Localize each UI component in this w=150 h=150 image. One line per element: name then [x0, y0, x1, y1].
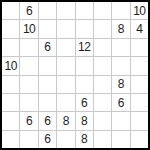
puzzle-board-wrap: 610108461210866668868 — [0, 0, 150, 150]
cell-r4c6[interactable] — [94, 57, 111, 74]
cell-r2c4[interactable] — [57, 20, 74, 37]
clue-cell-r1c8[interactable]: 10 — [131, 2, 148, 19]
cell-r5c4[interactable] — [57, 76, 74, 93]
cell-r1c6[interactable] — [94, 2, 111, 19]
cell-r1c7[interactable] — [112, 2, 129, 19]
clue-cell-r4c1[interactable]: 10 — [2, 57, 19, 74]
clue-cell-r7c2[interactable]: 6 — [20, 112, 37, 129]
cell-r1c1[interactable] — [2, 2, 19, 19]
cell-r3c1[interactable] — [2, 39, 19, 56]
cell-r3c7[interactable] — [112, 39, 129, 56]
cell-r2c5[interactable] — [76, 20, 93, 37]
clue-cell-r2c7[interactable]: 8 — [112, 20, 129, 37]
clue-cell-r8c5[interactable]: 8 — [76, 131, 93, 148]
puzzle-grid: 610108461210866668868 — [0, 0, 150, 150]
clue-cell-r5c7[interactable]: 8 — [112, 76, 129, 93]
cell-r6c8[interactable] — [131, 94, 148, 111]
clue-cell-r7c4[interactable]: 8 — [57, 112, 74, 129]
cell-r8c2[interactable] — [20, 131, 37, 148]
cell-r7c8[interactable] — [131, 112, 148, 129]
clue-cell-r8c3[interactable]: 6 — [39, 131, 56, 148]
cell-r1c5[interactable] — [76, 2, 93, 19]
cell-r6c2[interactable] — [20, 94, 37, 111]
clue-cell-r7c5[interactable]: 8 — [76, 112, 93, 129]
cell-r4c8[interactable] — [131, 57, 148, 74]
cell-r4c7[interactable] — [112, 57, 129, 74]
clue-cell-r1c2[interactable]: 6 — [20, 2, 37, 19]
clue-cell-r6c7[interactable]: 6 — [112, 94, 129, 111]
cell-r5c5[interactable] — [76, 76, 93, 93]
clue-cell-r2c8[interactable]: 4 — [131, 20, 148, 37]
cell-r8c1[interactable] — [2, 131, 19, 148]
cell-r3c8[interactable] — [131, 39, 148, 56]
clue-cell-r2c2[interactable]: 10 — [20, 20, 37, 37]
cell-r4c2[interactable] — [20, 57, 37, 74]
cell-r7c1[interactable] — [2, 112, 19, 129]
cell-r7c7[interactable] — [112, 112, 129, 129]
cell-r4c5[interactable] — [76, 57, 93, 74]
clue-cell-r6c5[interactable]: 6 — [76, 94, 93, 111]
cell-r4c3[interactable] — [39, 57, 56, 74]
cell-r8c4[interactable] — [57, 131, 74, 148]
clue-cell-r3c5[interactable]: 12 — [76, 39, 93, 56]
cell-r5c2[interactable] — [20, 76, 37, 93]
cell-r6c4[interactable] — [57, 94, 74, 111]
cell-r8c8[interactable] — [131, 131, 148, 148]
cell-r2c3[interactable] — [39, 20, 56, 37]
cell-r2c6[interactable] — [94, 20, 111, 37]
cell-r3c6[interactable] — [94, 39, 111, 56]
cell-r3c2[interactable] — [20, 39, 37, 56]
cell-r3c4[interactable] — [57, 39, 74, 56]
cell-r6c3[interactable] — [39, 94, 56, 111]
cell-r5c3[interactable] — [39, 76, 56, 93]
clue-cell-r7c3[interactable]: 6 — [39, 112, 56, 129]
cell-r6c6[interactable] — [94, 94, 111, 111]
cell-r1c3[interactable] — [39, 2, 56, 19]
cell-r1c4[interactable] — [57, 2, 74, 19]
cell-r8c7[interactable] — [112, 131, 129, 148]
cell-r5c6[interactable] — [94, 76, 111, 93]
cell-r5c8[interactable] — [131, 76, 148, 93]
cell-r4c4[interactable] — [57, 57, 74, 74]
cell-r7c6[interactable] — [94, 112, 111, 129]
clue-cell-r3c3[interactable]: 6 — [39, 39, 56, 56]
cell-r5c1[interactable] — [2, 76, 19, 93]
cell-r2c1[interactable] — [2, 20, 19, 37]
cell-r6c1[interactable] — [2, 94, 19, 111]
cell-r8c6[interactable] — [94, 131, 111, 148]
